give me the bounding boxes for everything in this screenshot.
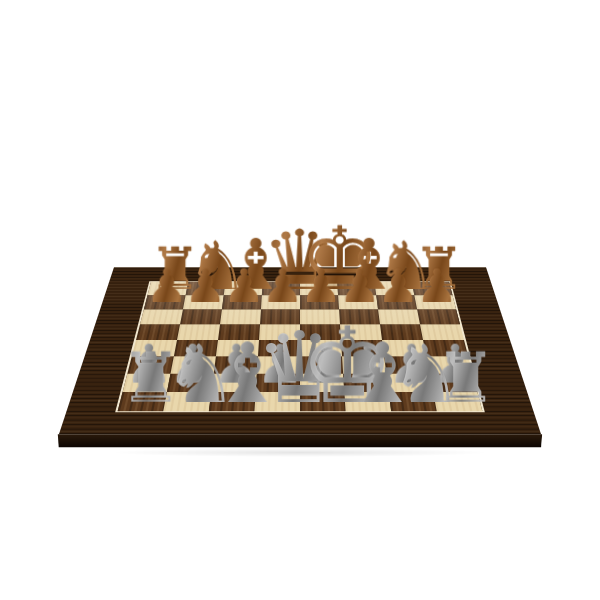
square-e1[interactable]: ♚ (300, 392, 346, 411)
square-g1[interactable]: ♞ (389, 392, 437, 411)
black-pawn[interactable]: ♟ (184, 255, 223, 302)
black-pawn[interactable]: ♟ (223, 255, 262, 302)
board-grid: ♜♞♝♛♚♝♞♜♟♟♟♟♟♟♟♟♟♟♟♟♟♟♟♟♜♞♝♛♚♝♞♜ (115, 281, 485, 412)
white-rook[interactable]: ♜ (120, 332, 165, 401)
black-pawn[interactable]: ♟ (339, 255, 378, 302)
square-b7[interactable]: ♟ (183, 295, 224, 309)
black-pawn[interactable]: ♟ (261, 255, 300, 302)
black-pawn[interactable]: ♟ (146, 255, 185, 302)
board-front-edge (58, 434, 542, 447)
square-a1[interactable]: ♜ (118, 392, 167, 411)
product-photo-scene: ♜♞♝♛♚♝♞♜♟♟♟♟♟♟♟♟♟♟♟♟♟♟♟♟♜♞♝♛♚♝♞♜ (0, 0, 600, 600)
square-d1[interactable]: ♛ (254, 392, 300, 411)
white-rook[interactable]: ♜ (435, 332, 480, 401)
board-frame: ♜♞♝♛♚♝♞♜♟♟♟♟♟♟♟♟♟♟♟♟♟♟♟♟♜♞♝♛♚♝♞♜ (59, 267, 541, 434)
black-pawn[interactable]: ♟ (300, 255, 339, 302)
white-knight[interactable]: ♞ (390, 320, 435, 401)
square-c1[interactable]: ♝ (209, 392, 256, 411)
white-bishop[interactable]: ♝ (210, 318, 255, 401)
square-a7[interactable]: ♟ (144, 295, 186, 309)
white-king[interactable]: ♚ (300, 296, 345, 401)
black-pawn[interactable]: ♟ (416, 255, 455, 302)
white-queen[interactable]: ♛ (255, 303, 300, 402)
chess-board: ♜♞♝♛♚♝♞♜♟♟♟♟♟♟♟♟♟♟♟♟♟♟♟♟♜♞♝♛♚♝♞♜ (59, 267, 541, 434)
square-h1[interactable]: ♜ (433, 392, 482, 411)
black-pawn[interactable]: ♟ (377, 255, 416, 302)
square-f1[interactable]: ♝ (344, 392, 391, 411)
square-b1[interactable]: ♞ (163, 392, 211, 411)
board-shadow (110, 448, 490, 457)
white-knight[interactable]: ♞ (165, 320, 210, 401)
square-h7[interactable]: ♟ (414, 295, 456, 309)
white-bishop[interactable]: ♝ (345, 318, 390, 401)
